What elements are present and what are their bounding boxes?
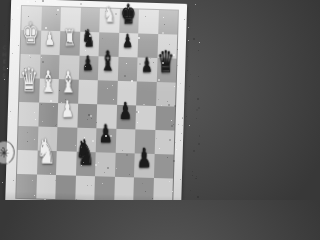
brand-marking: CHESS <box>0 44 8 90</box>
piece-white-queen[interactable]: ♛ <box>20 64 39 97</box>
square-c2[interactable] <box>56 151 76 176</box>
sun-emblem-icon: ✳ <box>0 140 15 165</box>
square-d1[interactable] <box>75 176 95 200</box>
square-f2[interactable] <box>114 153 134 178</box>
piece-black-knight[interactable]: ♞ <box>75 135 95 170</box>
piece-white-knight[interactable]: ♞ <box>36 134 56 169</box>
square-h1[interactable] <box>153 178 173 200</box>
piece-white-knight[interactable]: ♞ <box>103 5 115 27</box>
square-f6[interactable] <box>117 57 137 82</box>
square-c3[interactable] <box>57 127 77 152</box>
piece-white-king[interactable]: ♚ <box>22 19 39 49</box>
square-d4[interactable] <box>77 104 97 129</box>
square-d5[interactable] <box>78 80 98 105</box>
square-a2[interactable] <box>17 150 37 175</box>
piece-black-pawn[interactable]: ♟ <box>98 122 112 147</box>
square-h4[interactable] <box>155 106 175 131</box>
piece-black-king[interactable]: ♚ <box>121 0 136 28</box>
square-g8[interactable] <box>138 9 158 34</box>
square-f3[interactable] <box>115 129 135 154</box>
piece-black-pawn[interactable]: ♟ <box>123 33 133 51</box>
square-g1[interactable] <box>133 177 153 200</box>
square-b4[interactable] <box>38 103 58 128</box>
piece-black-pawn[interactable]: ♟ <box>141 56 152 76</box>
piece-white-rook[interactable]: ♜ <box>63 26 76 49</box>
piece-black-knight[interactable]: ♞ <box>82 26 96 50</box>
square-h8[interactable] <box>158 10 178 35</box>
square-b1[interactable] <box>36 175 56 200</box>
sun-emblem-glyph: ✳ <box>0 146 10 159</box>
square-e1[interactable] <box>94 176 114 200</box>
piece-black-pawn[interactable]: ♟ <box>119 100 132 123</box>
square-h5[interactable] <box>156 82 176 107</box>
square-g4[interactable] <box>135 105 155 130</box>
square-c1[interactable] <box>55 175 75 200</box>
square-e5[interactable] <box>97 80 117 105</box>
chessboard-photo: CHESS ✳ ♞♚♚♟♜♞♟♟♝♟♛♛♝♝♟♟♟♞♞♟ <box>0 0 200 200</box>
piece-black-queen[interactable]: ♛ <box>157 46 174 77</box>
square-h3[interactable] <box>154 130 174 155</box>
piece-black-pawn[interactable]: ♟ <box>136 145 151 172</box>
board-wrap: CHESS ✳ ♞♚♚♟♜♞♟♟♝♟♛♛♝♝♟♟♟♞♞♟ <box>16 6 178 200</box>
square-a4[interactable] <box>18 102 38 127</box>
piece-white-bishop[interactable]: ♝ <box>40 67 57 97</box>
square-g5[interactable] <box>136 81 156 106</box>
square-h2[interactable] <box>153 154 173 179</box>
square-a3[interactable] <box>18 126 38 151</box>
chess-board[interactable]: ♞♚♚♟♜♞♟♟♝♟♛♛♝♝♟♟♟♞♞♟ <box>16 6 178 200</box>
piece-white-bishop[interactable]: ♝ <box>59 68 76 98</box>
piece-white-pawn[interactable]: ♟ <box>45 30 55 48</box>
square-f1[interactable] <box>114 177 134 200</box>
piece-white-pawn[interactable]: ♟ <box>61 98 74 121</box>
piece-black-bishop[interactable]: ♝ <box>100 47 116 75</box>
square-e2[interactable] <box>95 152 115 177</box>
piece-black-pawn[interactable]: ♟ <box>83 54 94 74</box>
square-a1[interactable] <box>16 174 36 199</box>
